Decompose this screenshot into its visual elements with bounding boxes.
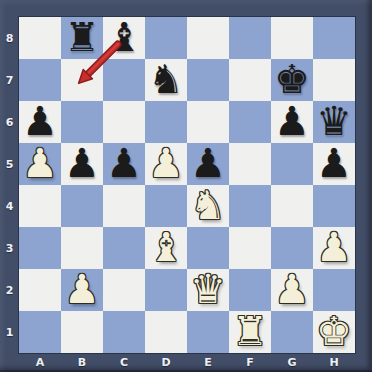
square-a4[interactable]: [19, 185, 61, 227]
piece-black-pawn-b5[interactable]: ♟: [64, 142, 100, 184]
square-c2[interactable]: [103, 269, 145, 311]
square-g8[interactable]: [271, 17, 313, 59]
square-a5[interactable]: ♟: [19, 143, 61, 185]
square-h2[interactable]: [313, 269, 355, 311]
square-f1[interactable]: ♜: [229, 311, 271, 353]
file-label-b: B: [61, 353, 103, 372]
square-c8[interactable]: ♝: [103, 17, 145, 59]
square-c7[interactable]: [103, 59, 145, 101]
rank-label-8: 8: [0, 17, 19, 59]
rank-label-6: 6: [0, 101, 19, 143]
square-f5[interactable]: [229, 143, 271, 185]
square-d1[interactable]: [145, 311, 187, 353]
square-b3[interactable]: [61, 227, 103, 269]
chess-diagram: ♜♝♞♚♟♟♛♟♟♟♟♟♟♞♝♟♟♛♟♜♚ 87654321 ABCDEFGH: [0, 0, 372, 372]
square-a7[interactable]: [19, 59, 61, 101]
piece-black-king-g7[interactable]: ♚: [274, 58, 310, 100]
chess-board[interactable]: ♜♝♞♚♟♟♛♟♟♟♟♟♟♞♝♟♟♛♟♜♚: [19, 17, 355, 353]
piece-black-queen-h6[interactable]: ♛: [316, 100, 352, 142]
piece-white-bishop-d3[interactable]: ♝: [148, 226, 184, 268]
square-e8[interactable]: [187, 17, 229, 59]
square-e3[interactable]: [187, 227, 229, 269]
square-c3[interactable]: [103, 227, 145, 269]
piece-white-pawn-g2[interactable]: ♟: [274, 268, 310, 310]
square-b4[interactable]: [61, 185, 103, 227]
square-a6[interactable]: ♟: [19, 101, 61, 143]
square-f6[interactable]: [229, 101, 271, 143]
square-f3[interactable]: [229, 227, 271, 269]
file-label-f: F: [229, 353, 271, 372]
square-g1[interactable]: [271, 311, 313, 353]
piece-black-pawn-a6[interactable]: ♟: [22, 100, 58, 142]
square-g4[interactable]: [271, 185, 313, 227]
square-d7[interactable]: ♞: [145, 59, 187, 101]
square-g3[interactable]: [271, 227, 313, 269]
square-e5[interactable]: ♟: [187, 143, 229, 185]
square-a2[interactable]: [19, 269, 61, 311]
piece-black-knight-d7[interactable]: ♞: [148, 58, 184, 100]
square-h3[interactable]: ♟: [313, 227, 355, 269]
piece-black-pawn-e5[interactable]: ♟: [190, 142, 226, 184]
piece-white-king-h1[interactable]: ♚: [316, 310, 352, 352]
square-d6[interactable]: [145, 101, 187, 143]
rank-label-2: 2: [0, 269, 19, 311]
rank-label-4: 4: [0, 185, 19, 227]
rank-label-1: 1: [0, 311, 19, 353]
square-g6[interactable]: ♟: [271, 101, 313, 143]
piece-white-pawn-a5[interactable]: ♟: [22, 142, 58, 184]
rank-label-5: 5: [0, 143, 19, 185]
file-label-g: G: [271, 353, 313, 372]
piece-black-pawn-h5[interactable]: ♟: [316, 142, 352, 184]
square-f4[interactable]: [229, 185, 271, 227]
piece-white-pawn-d5[interactable]: ♟: [148, 142, 184, 184]
square-e6[interactable]: [187, 101, 229, 143]
square-b1[interactable]: [61, 311, 103, 353]
piece-white-pawn-h3[interactable]: ♟: [316, 226, 352, 268]
square-b5[interactable]: ♟: [61, 143, 103, 185]
square-h7[interactable]: [313, 59, 355, 101]
square-h4[interactable]: [313, 185, 355, 227]
square-g5[interactable]: [271, 143, 313, 185]
square-h8[interactable]: [313, 17, 355, 59]
square-c4[interactable]: [103, 185, 145, 227]
square-a8[interactable]: [19, 17, 61, 59]
rank-label-3: 3: [0, 227, 19, 269]
square-b7[interactable]: [61, 59, 103, 101]
square-g7[interactable]: ♚: [271, 59, 313, 101]
square-e4[interactable]: ♞: [187, 185, 229, 227]
square-c5[interactable]: ♟: [103, 143, 145, 185]
file-label-c: C: [103, 353, 145, 372]
piece-black-pawn-c5[interactable]: ♟: [106, 142, 142, 184]
file-label-h: H: [313, 353, 355, 372]
square-e1[interactable]: [187, 311, 229, 353]
square-f8[interactable]: [229, 17, 271, 59]
piece-black-rook-b8[interactable]: ♜: [64, 16, 100, 58]
square-b8[interactable]: ♜: [61, 17, 103, 59]
square-b6[interactable]: [61, 101, 103, 143]
square-d8[interactable]: [145, 17, 187, 59]
square-h5[interactable]: ♟: [313, 143, 355, 185]
square-d2[interactable]: [145, 269, 187, 311]
square-c6[interactable]: [103, 101, 145, 143]
file-label-e: E: [187, 353, 229, 372]
square-d3[interactable]: ♝: [145, 227, 187, 269]
square-f7[interactable]: [229, 59, 271, 101]
square-d5[interactable]: ♟: [145, 143, 187, 185]
square-a1[interactable]: [19, 311, 61, 353]
square-g2[interactable]: ♟: [271, 269, 313, 311]
piece-white-rook-f1[interactable]: ♜: [232, 310, 268, 352]
square-f2[interactable]: [229, 269, 271, 311]
square-c1[interactable]: [103, 311, 145, 353]
square-a3[interactable]: [19, 227, 61, 269]
square-h1[interactable]: ♚: [313, 311, 355, 353]
piece-black-pawn-g6[interactable]: ♟: [274, 100, 310, 142]
piece-white-queen-e2[interactable]: ♛: [190, 268, 226, 310]
square-e2[interactable]: ♛: [187, 269, 229, 311]
file-label-a: A: [19, 353, 61, 372]
rank-label-7: 7: [0, 59, 19, 101]
file-label-d: D: [145, 353, 187, 372]
piece-white-pawn-b2[interactable]: ♟: [64, 268, 100, 310]
piece-white-knight-e4[interactable]: ♞: [190, 184, 226, 226]
piece-black-bishop-c8[interactable]: ♝: [106, 16, 142, 58]
square-e7[interactable]: [187, 59, 229, 101]
square-b2[interactable]: ♟: [61, 269, 103, 311]
square-d4[interactable]: [145, 185, 187, 227]
square-h6[interactable]: ♛: [313, 101, 355, 143]
